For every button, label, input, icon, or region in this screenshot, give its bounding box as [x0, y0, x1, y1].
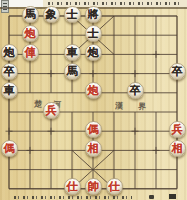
piece-black-將[interactable]: 將 [85, 6, 102, 23]
piece-red-俥[interactable]: 俥 [22, 44, 39, 61]
footer-small-icon [169, 194, 176, 199]
piece-red-傌[interactable]: 傌 [1, 140, 18, 157]
piece-red-仕[interactable]: 仕 [106, 178, 123, 195]
piece-black-馬[interactable]: 馬 [64, 63, 81, 80]
illegible-footer-marks [14, 196, 132, 199]
piece-red-傌[interactable]: 傌 [85, 121, 102, 138]
piece-red-炮[interactable]: 炮 [85, 82, 102, 99]
river-text-right: 漢界 [115, 100, 161, 113]
piece-black-車[interactable]: 車 [64, 44, 81, 61]
piece-black-卒[interactable]: 卒 [127, 82, 144, 99]
piece-black-卒[interactable]: 卒 [1, 63, 18, 80]
piece-black-馬[interactable]: 馬 [22, 6, 39, 23]
piece-black-卒[interactable]: 卒 [169, 63, 186, 80]
piece-red-仕[interactable]: 仕 [64, 178, 81, 195]
piece-black-炮[interactable]: 炮 [85, 44, 102, 61]
piece-red-帥[interactable]: 帥 [85, 178, 102, 195]
piece-black-士[interactable]: 士 [64, 6, 81, 23]
piece-red-相[interactable]: 相 [85, 140, 102, 157]
piece-black-士[interactable]: 士 [85, 25, 102, 42]
piece-red-相[interactable]: 相 [169, 140, 186, 157]
piece-black-車[interactable]: 車 [1, 82, 18, 99]
xiangqi-board-photo: 楚河 漢界 馬象士將士炮車炮卒馬卒車卒炮俥炮兵傌兵傌相相仕帥仕 [0, 0, 187, 200]
piece-red-兵[interactable]: 兵 [169, 121, 186, 138]
piece-black-炮[interactable]: 炮 [1, 44, 18, 61]
piece-red-炮[interactable]: 炮 [22, 25, 39, 42]
piece-black-象[interactable]: 象 [43, 6, 60, 23]
footer-small-icon [149, 195, 154, 199]
piece-red-兵[interactable]: 兵 [43, 102, 60, 119]
